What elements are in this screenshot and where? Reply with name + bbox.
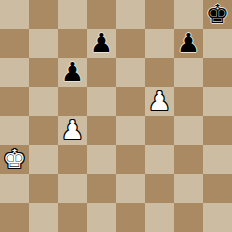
square-h5[interactable] bbox=[203, 87, 232, 116]
black-king[interactable]: ♚ bbox=[206, 0, 229, 29]
white-king[interactable]: ♚ bbox=[3, 145, 26, 174]
square-d1[interactable] bbox=[87, 203, 116, 232]
square-a6[interactable] bbox=[0, 58, 29, 87]
square-f5[interactable]: ♟ bbox=[145, 87, 174, 116]
square-g1[interactable] bbox=[174, 203, 203, 232]
square-f8[interactable] bbox=[145, 0, 174, 29]
square-d2[interactable] bbox=[87, 174, 116, 203]
square-c6[interactable]: ♟ bbox=[58, 58, 87, 87]
square-h2[interactable] bbox=[203, 174, 232, 203]
square-e2[interactable] bbox=[116, 174, 145, 203]
square-c7[interactable] bbox=[58, 29, 87, 58]
square-e7[interactable] bbox=[116, 29, 145, 58]
square-h6[interactable] bbox=[203, 58, 232, 87]
square-f3[interactable] bbox=[145, 145, 174, 174]
square-b8[interactable] bbox=[29, 0, 58, 29]
square-g2[interactable] bbox=[174, 174, 203, 203]
square-g6[interactable] bbox=[174, 58, 203, 87]
square-d6[interactable] bbox=[87, 58, 116, 87]
square-g3[interactable] bbox=[174, 145, 203, 174]
square-g8[interactable] bbox=[174, 0, 203, 29]
square-b1[interactable] bbox=[29, 203, 58, 232]
square-d7[interactable]: ♟ bbox=[87, 29, 116, 58]
square-a4[interactable] bbox=[0, 116, 29, 145]
black-pawn[interactable]: ♟ bbox=[177, 29, 200, 58]
square-a7[interactable] bbox=[0, 29, 29, 58]
square-e8[interactable] bbox=[116, 0, 145, 29]
square-a2[interactable] bbox=[0, 174, 29, 203]
square-h8[interactable]: ♚ bbox=[203, 0, 232, 29]
square-f4[interactable] bbox=[145, 116, 174, 145]
square-f2[interactable] bbox=[145, 174, 174, 203]
square-f6[interactable] bbox=[145, 58, 174, 87]
square-h7[interactable] bbox=[203, 29, 232, 58]
square-g7[interactable]: ♟ bbox=[174, 29, 203, 58]
square-d4[interactable] bbox=[87, 116, 116, 145]
square-a8[interactable] bbox=[0, 0, 29, 29]
square-h4[interactable] bbox=[203, 116, 232, 145]
square-c4[interactable]: ♟ bbox=[58, 116, 87, 145]
square-g4[interactable] bbox=[174, 116, 203, 145]
square-b6[interactable] bbox=[29, 58, 58, 87]
square-f1[interactable] bbox=[145, 203, 174, 232]
square-b4[interactable] bbox=[29, 116, 58, 145]
square-c5[interactable] bbox=[58, 87, 87, 116]
chess-board: ♚♟♟♟♟♟♚ bbox=[0, 0, 232, 232]
black-pawn[interactable]: ♟ bbox=[61, 58, 84, 87]
square-c8[interactable] bbox=[58, 0, 87, 29]
square-e5[interactable] bbox=[116, 87, 145, 116]
square-b7[interactable] bbox=[29, 29, 58, 58]
square-a1[interactable] bbox=[0, 203, 29, 232]
square-c3[interactable] bbox=[58, 145, 87, 174]
square-d5[interactable] bbox=[87, 87, 116, 116]
square-f7[interactable] bbox=[145, 29, 174, 58]
square-c1[interactable] bbox=[58, 203, 87, 232]
white-pawn[interactable]: ♟ bbox=[148, 87, 171, 116]
square-e3[interactable] bbox=[116, 145, 145, 174]
square-c2[interactable] bbox=[58, 174, 87, 203]
square-a5[interactable] bbox=[0, 87, 29, 116]
square-h3[interactable] bbox=[203, 145, 232, 174]
square-a3[interactable]: ♚ bbox=[0, 145, 29, 174]
square-b3[interactable] bbox=[29, 145, 58, 174]
square-e1[interactable] bbox=[116, 203, 145, 232]
square-e4[interactable] bbox=[116, 116, 145, 145]
square-d8[interactable] bbox=[87, 0, 116, 29]
white-pawn[interactable]: ♟ bbox=[61, 116, 84, 145]
square-d3[interactable] bbox=[87, 145, 116, 174]
square-g5[interactable] bbox=[174, 87, 203, 116]
square-b5[interactable] bbox=[29, 87, 58, 116]
black-pawn[interactable]: ♟ bbox=[90, 29, 113, 58]
square-b2[interactable] bbox=[29, 174, 58, 203]
square-h1[interactable] bbox=[203, 203, 232, 232]
square-e6[interactable] bbox=[116, 58, 145, 87]
